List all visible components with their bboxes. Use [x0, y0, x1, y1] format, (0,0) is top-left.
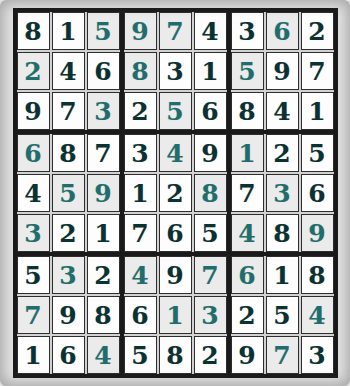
cell-digit: 1 [238, 141, 255, 166]
cell-digit: 2 [131, 99, 148, 124]
cell-r7c4[interactable]: 4 [124, 256, 157, 294]
cell-digit: 9 [273, 59, 290, 84]
cell-r5c1[interactable]: 4 [17, 174, 50, 212]
cell-r1c4[interactable]: 9 [124, 12, 157, 50]
box-7: 532798164 [15, 254, 122, 376]
cell-r8c1[interactable]: 7 [17, 296, 50, 334]
cell-r8c4[interactable]: 6 [124, 296, 157, 334]
box-4: 687459321 [15, 132, 122, 254]
cell-r4c5[interactable]: 4 [159, 134, 192, 172]
cell-digit: 1 [308, 99, 325, 124]
cell-r9c5[interactable]: 8 [159, 336, 192, 374]
cell-r6c1[interactable]: 3 [17, 214, 50, 252]
cell-digit: 8 [24, 19, 41, 44]
cell-digit: 9 [24, 99, 41, 124]
cell-digit: 3 [131, 141, 148, 166]
cell-r2c4[interactable]: 8 [124, 52, 157, 90]
cell-digit: 5 [131, 343, 148, 368]
cell-digit: 7 [24, 303, 41, 328]
cell-digit: 5 [273, 303, 290, 328]
box-2: 974831256 [122, 10, 229, 132]
cell-r8c8[interactable]: 5 [266, 296, 299, 334]
cell-r7c7[interactable]: 6 [231, 256, 264, 294]
cell-digit: 4 [59, 59, 76, 84]
cell-digit: 2 [308, 19, 325, 44]
cell-digit: 6 [166, 221, 183, 246]
cell-r6c5[interactable]: 6 [159, 214, 192, 252]
cell-r3c7[interactable]: 8 [231, 92, 264, 130]
cell-digit: 5 [201, 221, 218, 246]
cell-digit: 5 [166, 99, 183, 124]
cell-r5c8[interactable]: 3 [266, 174, 299, 212]
cell-r4c7[interactable]: 1 [231, 134, 264, 172]
cell-r6c3[interactable]: 1 [87, 214, 120, 252]
cell-digit: 5 [24, 263, 41, 288]
cell-r6c8[interactable]: 8 [266, 214, 299, 252]
cell-digit: 3 [94, 99, 111, 124]
cell-r5c4[interactable]: 1 [124, 174, 157, 212]
cell-digit: 2 [59, 221, 76, 246]
cell-r7c9[interactable]: 8 [301, 256, 334, 294]
cell-r9c9[interactable]: 3 [301, 336, 334, 374]
cell-r5c3[interactable]: 9 [87, 174, 120, 212]
cell-digit: 8 [59, 141, 76, 166]
cell-r4c6[interactable]: 9 [194, 134, 227, 172]
cell-digit: 7 [94, 141, 111, 166]
cell-digit: 8 [166, 343, 183, 368]
cell-digit: 7 [273, 343, 290, 368]
cell-r1c5[interactable]: 7 [159, 12, 192, 50]
cell-digit: 1 [94, 221, 111, 246]
cell-digit: 3 [273, 181, 290, 206]
cell-digit: 1 [24, 343, 41, 368]
cell-digit: 7 [166, 19, 183, 44]
cell-r2c9[interactable]: 7 [301, 52, 334, 90]
cell-digit: 3 [59, 263, 76, 288]
cell-digit: 4 [201, 19, 218, 44]
cell-digit: 8 [308, 263, 325, 288]
cell-digit: 4 [273, 99, 290, 124]
cell-digit: 8 [131, 59, 148, 84]
cell-r1c8[interactable]: 6 [266, 12, 299, 50]
cell-digit: 4 [24, 181, 41, 206]
cell-r7c6[interactable]: 7 [194, 256, 227, 294]
cell-digit: 4 [238, 221, 255, 246]
cell-digit: 3 [201, 303, 218, 328]
cell-digit: 7 [238, 181, 255, 206]
cell-r3c5[interactable]: 5 [159, 92, 192, 130]
cell-digit: 5 [59, 181, 76, 206]
cell-r4c2[interactable]: 8 [52, 134, 85, 172]
cell-r9c6[interactable]: 2 [194, 336, 227, 374]
cell-digit: 1 [201, 59, 218, 84]
cell-r9c4[interactable]: 5 [124, 336, 157, 374]
cell-r7c2[interactable]: 3 [52, 256, 85, 294]
cell-r9c2[interactable]: 6 [52, 336, 85, 374]
cell-digit: 5 [308, 141, 325, 166]
cell-r2c6[interactable]: 1 [194, 52, 227, 90]
cell-digit: 9 [238, 343, 255, 368]
cell-digit: 8 [201, 181, 218, 206]
cell-r3c1[interactable]: 9 [17, 92, 50, 130]
cell-r2c3[interactable]: 6 [87, 52, 120, 90]
cell-digit: 9 [201, 141, 218, 166]
box-9: 618254973 [229, 254, 336, 376]
cell-r2c1[interactable]: 2 [17, 52, 50, 90]
cell-r6c9[interactable]: 9 [301, 214, 334, 252]
cell-r4c3[interactable]: 7 [87, 134, 120, 172]
cell-r8c9[interactable]: 4 [301, 296, 334, 334]
cell-digit: 5 [94, 19, 111, 44]
cell-digit: 8 [94, 303, 111, 328]
cell-r3c4[interactable]: 2 [124, 92, 157, 130]
cell-digit: 6 [238, 263, 255, 288]
sudoku-board: 8152469739748312563625978416874593213491… [13, 8, 338, 378]
cell-r7c8[interactable]: 1 [266, 256, 299, 294]
cell-r1c1[interactable]: 8 [17, 12, 50, 50]
cell-digit: 7 [308, 59, 325, 84]
cell-r5c7[interactable]: 7 [231, 174, 264, 212]
box-3: 362597841 [229, 10, 336, 132]
cell-digit: 9 [59, 303, 76, 328]
cell-r5c6[interactable]: 8 [194, 174, 227, 212]
cell-digit: 8 [238, 99, 255, 124]
cell-r4c1[interactable]: 6 [17, 134, 50, 172]
cell-digit: 9 [94, 181, 111, 206]
cell-digit: 3 [308, 343, 325, 368]
cell-digit: 5 [238, 59, 255, 84]
cell-digit: 4 [166, 141, 183, 166]
cell-digit: 1 [59, 19, 76, 44]
page-background: 8152469739748312563625978416874593213491… [0, 0, 350, 386]
cell-r6c6[interactable]: 5 [194, 214, 227, 252]
cell-digit: 2 [201, 343, 218, 368]
cell-digit: 2 [166, 181, 183, 206]
cell-r1c2[interactable]: 1 [52, 12, 85, 50]
cell-r3c2[interactable]: 7 [52, 92, 85, 130]
cell-digit: 2 [24, 59, 41, 84]
cell-r6c2[interactable]: 2 [52, 214, 85, 252]
cell-r3c9[interactable]: 1 [301, 92, 334, 130]
cell-digit: 6 [273, 19, 290, 44]
cell-digit: 2 [94, 263, 111, 288]
cell-r3c8[interactable]: 4 [266, 92, 299, 130]
cell-digit: 7 [131, 221, 148, 246]
cell-r1c9[interactable]: 2 [301, 12, 334, 50]
cell-digit: 6 [201, 99, 218, 124]
cell-digit: 7 [59, 99, 76, 124]
cell-r5c5[interactable]: 2 [159, 174, 192, 212]
cell-r7c3[interactable]: 2 [87, 256, 120, 294]
cell-r9c8[interactable]: 7 [266, 336, 299, 374]
cell-digit: 1 [166, 303, 183, 328]
cell-r8c2[interactable]: 9 [52, 296, 85, 334]
cell-digit: 7 [201, 263, 218, 288]
cell-r8c5[interactable]: 1 [159, 296, 192, 334]
cell-r8c3[interactable]: 8 [87, 296, 120, 334]
cell-digit: 6 [308, 181, 325, 206]
cell-r4c4[interactable]: 3 [124, 134, 157, 172]
cell-digit: 4 [308, 303, 325, 328]
box-5: 349128765 [122, 132, 229, 254]
cell-digit: 6 [59, 343, 76, 368]
box-1: 815246973 [15, 10, 122, 132]
cell-digit: 1 [131, 181, 148, 206]
cell-r8c6[interactable]: 3 [194, 296, 227, 334]
cell-digit: 6 [94, 59, 111, 84]
cell-r9c1[interactable]: 1 [17, 336, 50, 374]
box-6: 125736489 [229, 132, 336, 254]
cell-digit: 2 [273, 141, 290, 166]
cell-r2c5[interactable]: 3 [159, 52, 192, 90]
cell-digit: 3 [24, 221, 41, 246]
cell-r2c7[interactable]: 5 [231, 52, 264, 90]
cell-digit: 1 [273, 263, 290, 288]
cell-r9c7[interactable]: 9 [231, 336, 264, 374]
cell-r1c6[interactable]: 4 [194, 12, 227, 50]
cell-r5c2[interactable]: 5 [52, 174, 85, 212]
cell-digit: 4 [94, 343, 111, 368]
cell-digit: 6 [24, 141, 41, 166]
cell-r4c8[interactable]: 2 [266, 134, 299, 172]
cell-r6c4[interactable]: 7 [124, 214, 157, 252]
cell-r1c7[interactable]: 3 [231, 12, 264, 50]
cell-digit: 9 [166, 263, 183, 288]
cell-digit: 4 [131, 263, 148, 288]
cell-r1c3[interactable]: 5 [87, 12, 120, 50]
box-8: 497613582 [122, 254, 229, 376]
cell-digit: 6 [131, 303, 148, 328]
cell-r7c5[interactable]: 9 [159, 256, 192, 294]
cell-r9c3[interactable]: 4 [87, 336, 120, 374]
cell-digit: 9 [131, 19, 148, 44]
cell-r2c8[interactable]: 9 [266, 52, 299, 90]
cell-digit: 3 [238, 19, 255, 44]
cell-digit: 9 [308, 221, 325, 246]
cell-r4c9[interactable]: 5 [301, 134, 334, 172]
cell-digit: 8 [273, 221, 290, 246]
cell-r3c6[interactable]: 6 [194, 92, 227, 130]
cell-r7c1[interactable]: 5 [17, 256, 50, 294]
cell-digit: 3 [166, 59, 183, 84]
cell-r8c7[interactable]: 2 [231, 296, 264, 334]
cell-r2c2[interactable]: 4 [52, 52, 85, 90]
cell-r5c9[interactable]: 6 [301, 174, 334, 212]
cell-digit: 2 [238, 303, 255, 328]
cell-r3c3[interactable]: 3 [87, 92, 120, 130]
cell-r6c7[interactable]: 4 [231, 214, 264, 252]
